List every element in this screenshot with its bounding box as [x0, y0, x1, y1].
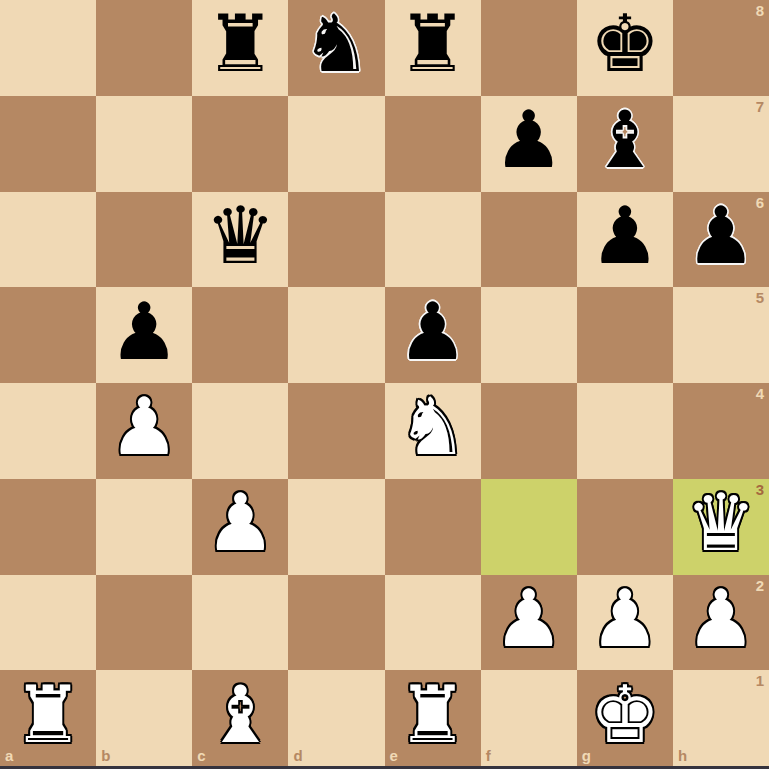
square-b3[interactable] [96, 479, 192, 575]
square-e2[interactable] [385, 575, 481, 671]
square-c6[interactable]: ♛ [192, 192, 288, 288]
piece-white-king[interactable]: ♚ [589, 676, 660, 755]
square-c7[interactable] [192, 96, 288, 192]
square-b5[interactable]: ♟ [96, 287, 192, 383]
square-g4[interactable] [577, 383, 673, 479]
square-d6[interactable] [288, 192, 384, 288]
chess-board-wrapper: ♜♞♜♚8♟♝7♛♟6♟♟♟5♟♞4♟3♛♟♟2♟a♜bc♝de♜fg♚1h [0, 0, 769, 769]
piece-white-bishop[interactable]: ♝ [205, 676, 276, 755]
square-f3[interactable] [481, 479, 577, 575]
file-label-b: b [101, 748, 110, 763]
square-b1[interactable]: b [96, 670, 192, 766]
square-g8[interactable]: ♚ [577, 0, 673, 96]
piece-black-rook[interactable]: ♜ [397, 5, 468, 84]
square-g3[interactable] [577, 479, 673, 575]
chess-board: ♜♞♜♚8♟♝7♛♟6♟♟♟5♟♞4♟3♛♟♟2♟a♜bc♝de♜fg♚1h [0, 0, 769, 766]
square-e3[interactable] [385, 479, 481, 575]
piece-black-pawn[interactable]: ♟ [686, 197, 757, 276]
square-h2[interactable]: 2♟ [673, 575, 769, 671]
piece-black-queen[interactable]: ♛ [205, 197, 276, 276]
square-a4[interactable] [0, 383, 96, 479]
piece-black-pawn[interactable]: ♟ [493, 101, 564, 180]
square-c2[interactable] [192, 575, 288, 671]
piece-white-pawn[interactable]: ♟ [109, 388, 180, 467]
square-c4[interactable] [192, 383, 288, 479]
piece-white-queen[interactable]: ♛ [686, 484, 757, 563]
square-c3[interactable]: ♟ [192, 479, 288, 575]
rank-label-1: 1 [756, 673, 764, 688]
square-d7[interactable] [288, 96, 384, 192]
square-a5[interactable] [0, 287, 96, 383]
square-b7[interactable] [96, 96, 192, 192]
square-h7[interactable]: 7 [673, 96, 769, 192]
file-label-d: d [293, 748, 302, 763]
square-e8[interactable]: ♜ [385, 0, 481, 96]
square-f6[interactable] [481, 192, 577, 288]
rank-label-2: 2 [756, 578, 764, 593]
square-g5[interactable] [577, 287, 673, 383]
piece-black-bishop[interactable]: ♝ [589, 101, 660, 180]
piece-black-pawn[interactable]: ♟ [109, 293, 180, 372]
square-a2[interactable] [0, 575, 96, 671]
piece-white-pawn[interactable]: ♟ [205, 484, 276, 563]
square-f5[interactable] [481, 287, 577, 383]
square-d3[interactable] [288, 479, 384, 575]
rank-label-3: 3 [756, 482, 764, 497]
square-g6[interactable]: ♟ [577, 192, 673, 288]
square-b4[interactable]: ♟ [96, 383, 192, 479]
square-d8[interactable]: ♞ [288, 0, 384, 96]
square-f4[interactable] [481, 383, 577, 479]
square-f8[interactable] [481, 0, 577, 96]
piece-white-rook[interactable]: ♜ [397, 676, 468, 755]
rank-label-4: 4 [756, 386, 764, 401]
rank-label-7: 7 [756, 99, 764, 114]
square-g1[interactable]: g♚ [577, 670, 673, 766]
rank-label-5: 5 [756, 290, 764, 305]
square-g7[interactable]: ♝ [577, 96, 673, 192]
square-e6[interactable] [385, 192, 481, 288]
square-e5[interactable]: ♟ [385, 287, 481, 383]
piece-white-pawn[interactable]: ♟ [589, 580, 660, 659]
square-h6[interactable]: 6♟ [673, 192, 769, 288]
piece-black-knight[interactable]: ♞ [301, 5, 372, 84]
square-e7[interactable] [385, 96, 481, 192]
square-b6[interactable] [96, 192, 192, 288]
square-c5[interactable] [192, 287, 288, 383]
square-a3[interactable] [0, 479, 96, 575]
square-f2[interactable]: ♟ [481, 575, 577, 671]
piece-black-king[interactable]: ♚ [589, 5, 660, 84]
square-d4[interactable] [288, 383, 384, 479]
piece-black-pawn[interactable]: ♟ [589, 197, 660, 276]
rank-label-8: 8 [756, 3, 764, 18]
square-d5[interactable] [288, 287, 384, 383]
square-b2[interactable] [96, 575, 192, 671]
square-b8[interactable] [96, 0, 192, 96]
piece-black-rook[interactable]: ♜ [205, 5, 276, 84]
square-a7[interactable] [0, 96, 96, 192]
square-h8[interactable]: 8 [673, 0, 769, 96]
file-label-h: h [678, 748, 687, 763]
square-f7[interactable]: ♟ [481, 96, 577, 192]
file-label-f: f [486, 748, 491, 763]
piece-white-pawn[interactable]: ♟ [686, 580, 757, 659]
square-f1[interactable]: f [481, 670, 577, 766]
piece-white-knight[interactable]: ♞ [397, 388, 468, 467]
rank-label-6: 6 [756, 195, 764, 210]
square-e4[interactable]: ♞ [385, 383, 481, 479]
square-h1[interactable]: 1h [673, 670, 769, 766]
piece-black-pawn[interactable]: ♟ [397, 293, 468, 372]
square-c1[interactable]: c♝ [192, 670, 288, 766]
square-e1[interactable]: e♜ [385, 670, 481, 766]
square-h5[interactable]: 5 [673, 287, 769, 383]
square-d2[interactable] [288, 575, 384, 671]
piece-white-pawn[interactable]: ♟ [493, 580, 564, 659]
square-d1[interactable]: d [288, 670, 384, 766]
square-a1[interactable]: a♜ [0, 670, 96, 766]
square-a6[interactable] [0, 192, 96, 288]
square-h3[interactable]: 3♛ [673, 479, 769, 575]
square-h4[interactable]: 4 [673, 383, 769, 479]
square-g2[interactable]: ♟ [577, 575, 673, 671]
square-a8[interactable] [0, 0, 96, 96]
piece-white-rook[interactable]: ♜ [13, 676, 84, 755]
square-c8[interactable]: ♜ [192, 0, 288, 96]
